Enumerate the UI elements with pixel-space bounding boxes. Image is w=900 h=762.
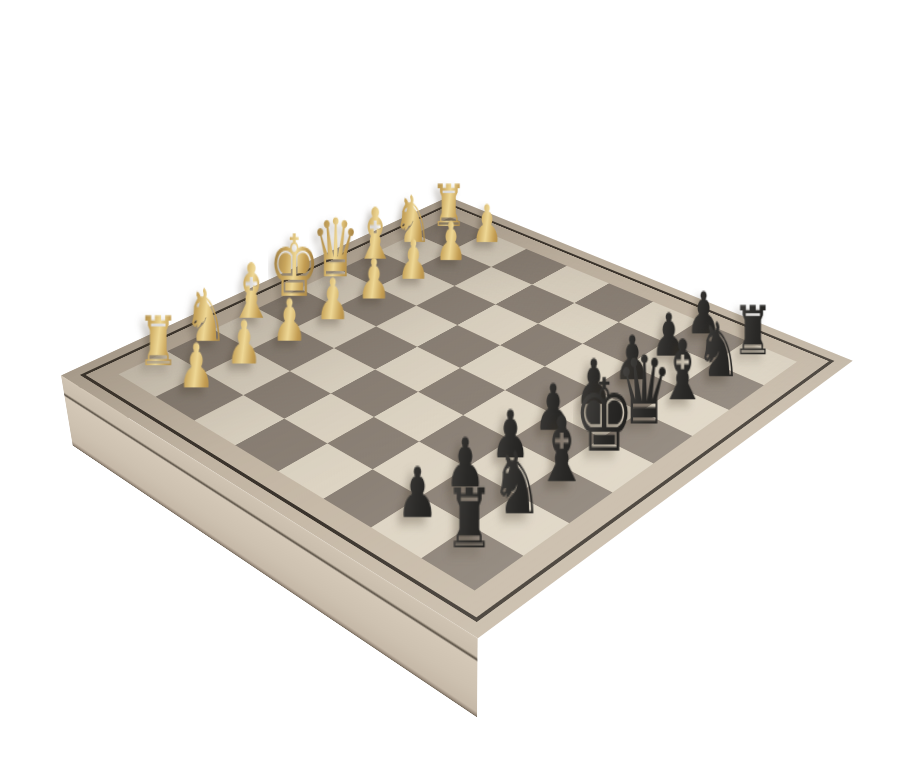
- piece-gold-queen-d1: ♛: [310, 208, 362, 289]
- board-lid-top: ♜♟♟♜♞♟♟♞♝♟♟♝♛♟♟♛♚♟♟♚♝♟♟♝♞♟♟♞♜♟♟♜: [61, 197, 853, 639]
- piece-gold-knight-g1: ♞: [178, 279, 234, 352]
- square-d8: ♛: [601, 412, 692, 464]
- piece-gold-rook-a1: ♜: [425, 176, 474, 234]
- piece-gold-bishop-f1: ♝: [224, 254, 279, 330]
- product-photo-scene: ♜♟♟♜♞♟♟♞♝♟♟♝♛♟♟♛♚♟♟♚♝♟♟♝♞♟♟♞♜♟♟♜: [0, 0, 900, 762]
- chess-box: ♜♟♟♜♞♟♟♞♝♟♟♝♛♟♟♛♚♟♟♚♝♟♟♝♞♟♟♞♜♟♟♜: [61, 197, 853, 639]
- piece-gold-bishop-c1: ♝: [350, 199, 401, 270]
- piece-gold-rook-h1: ♜: [130, 306, 187, 375]
- piece-black-rook-a8: ♜: [725, 296, 782, 364]
- square-h1: ♜: [119, 351, 205, 396]
- piece-gold-knight-b1: ♞: [388, 187, 438, 252]
